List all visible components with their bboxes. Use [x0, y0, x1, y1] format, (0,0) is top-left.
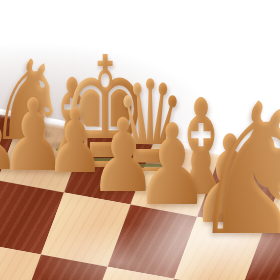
chess-set-photo: ♟♞♟♝♟♚♟♛♟♝♟♞ — [0, 0, 280, 280]
